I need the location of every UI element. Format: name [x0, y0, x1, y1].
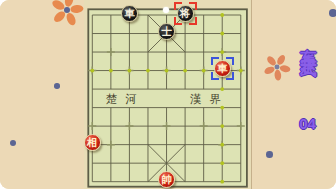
dot-decoration	[266, 151, 273, 158]
flower-decoration-right	[263, 53, 291, 81]
red-general-glyph: 帥	[161, 172, 172, 187]
black-chariot[interactable]: 車	[121, 5, 138, 22]
black-general-glyph: 将	[180, 6, 191, 21]
black-advisor-glyph: 士	[161, 24, 172, 39]
black-advisor[interactable]: 士	[158, 23, 175, 40]
red-elephant-glyph: 相	[87, 135, 98, 150]
series-number: 04	[297, 115, 318, 132]
xiangqi-board[interactable]: 楚河 漢界 車将士車相帥	[84, 0, 252, 189]
red-chariot[interactable]: 車	[214, 60, 231, 77]
dot-decoration	[329, 9, 336, 17]
series-title: 车兵定式	[298, 35, 320, 51]
video-frame: 象棋杀法大全 楚河 漢界 車将士車相帥 车兵定式 04	[0, 0, 336, 189]
red-general[interactable]: 帥	[158, 171, 175, 188]
black-chariot-glyph: 車	[124, 6, 135, 21]
red-elephant[interactable]: 相	[84, 134, 101, 151]
black-general[interactable]: 将	[177, 5, 194, 22]
red-chariot-glyph: 車	[217, 61, 228, 76]
right-panel	[251, 0, 336, 189]
